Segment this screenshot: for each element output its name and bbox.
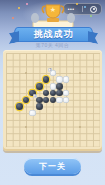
white-stone [56,97,63,104]
side-statue-right [67,13,75,23]
trophy-star: ★ [50,6,56,13]
confetti-dot [26,3,28,5]
confetti-dot [76,3,78,5]
black-stone [56,83,63,90]
winning-black-stone [43,76,50,83]
white-stone [56,76,63,83]
confetti-dot [84,6,86,8]
confetti-dot [18,7,20,9]
banner-title: 挑战成功 [34,28,74,41]
celebration-area: ★ [0,1,105,28]
confetti-dot [90,15,92,17]
side-statue-left [31,13,39,23]
game-screen: ••• ★ 挑战成功 第70关 4回合 44 下一关 [0,0,105,185]
black-stone [36,97,43,104]
gomoku-board[interactable]: 44 [3,50,102,151]
trophy-base [47,18,59,22]
success-banner: 挑战成功 [14,27,93,42]
trophy-handle-left [42,6,45,13]
star-point [25,72,27,74]
white-stone [50,83,57,90]
star-point [79,72,81,74]
winning-black-stone [36,83,43,90]
winning-black-stone [23,97,30,104]
trophy-icon: ★ [25,2,81,28]
star-point [79,126,81,128]
move-number-badge: 4 [33,94,37,98]
trophy-handle-right [61,6,64,13]
winning-black-stone [16,103,23,110]
black-stone [36,103,43,110]
confetti-dot [12,17,14,19]
star-point [25,126,27,128]
black-stone [56,90,63,97]
next-level-button[interactable]: 下一关 [24,158,81,174]
black-stone [50,97,57,104]
level-info: 第70关 4回合 [0,42,105,48]
